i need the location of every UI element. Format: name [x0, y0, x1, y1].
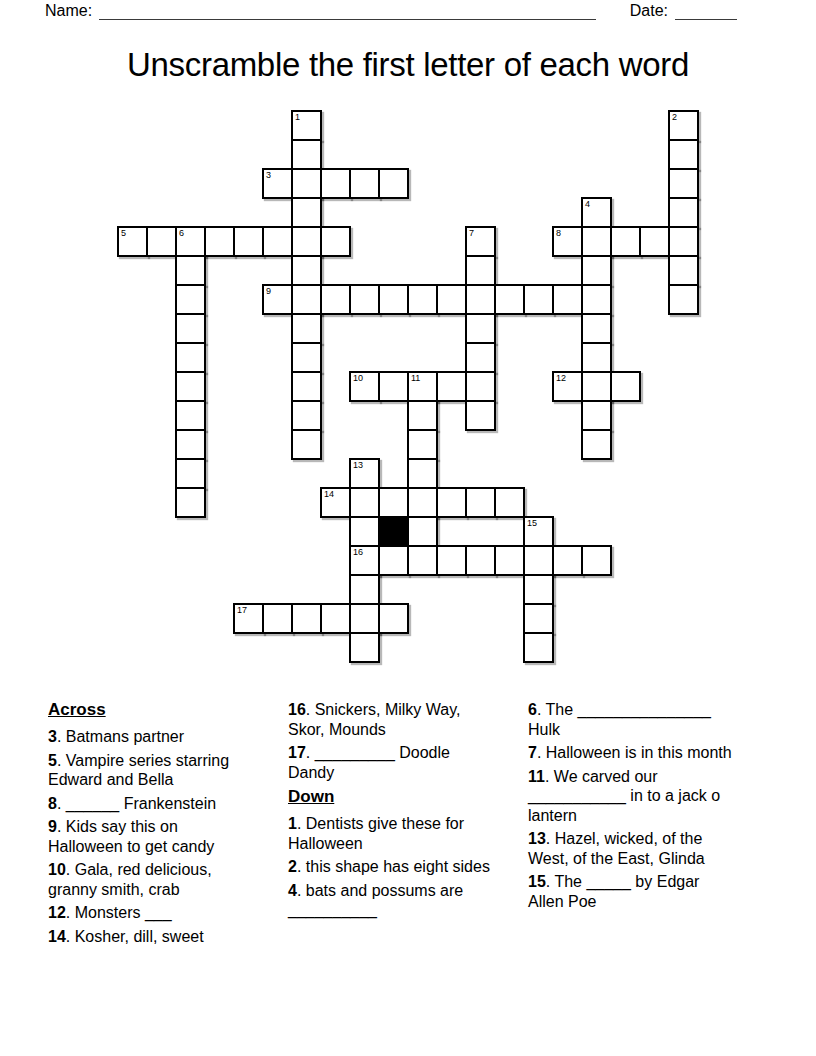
cell-r11c16[interactable]: [581, 429, 612, 460]
clue-text: Kosher, dill, sweet: [75, 928, 204, 945]
cell-r10c2[interactable]: [175, 400, 206, 431]
cell-r6c9[interactable]: [378, 284, 409, 315]
cell-r6c2[interactable]: [175, 284, 206, 315]
clue-text: _________ Doodle Dandy: [288, 744, 450, 781]
cell-r9c15[interactable]: 12: [552, 371, 583, 402]
cell-r14c14[interactable]: 15: [523, 516, 554, 547]
cell-number-16: 16: [353, 547, 363, 557]
cell-r13c7[interactable]: 14: [320, 487, 351, 518]
cell-number-7: 7: [469, 228, 474, 238]
cell-r13c2[interactable]: [175, 487, 206, 518]
cell-r17c9[interactable]: [378, 603, 409, 634]
cell-r9c8[interactable]: 10: [349, 371, 380, 402]
cell-number-12: 12: [556, 373, 566, 383]
clue-text: Dentists give these for Halloween: [288, 815, 464, 852]
cell-number-17: 17: [237, 605, 247, 615]
cell-r6c8[interactable]: [349, 284, 380, 315]
clue-number: 10: [48, 861, 66, 878]
cell-r10c10[interactable]: [407, 400, 438, 431]
cell-r16c14[interactable]: [523, 574, 554, 605]
cell-r14c10[interactable]: [407, 516, 438, 547]
clue-text: The _______________ Hulk: [528, 701, 711, 738]
cell-r17c5[interactable]: [262, 603, 293, 634]
cell-r12c8[interactable]: 13: [349, 458, 380, 489]
cell-r0c19[interactable]: 2: [668, 110, 699, 141]
black-cell-r14c9: [378, 516, 409, 547]
cell-r6c7[interactable]: [320, 284, 351, 315]
cell-r15c10[interactable]: [407, 545, 438, 576]
cell-r9c6[interactable]: [291, 371, 322, 402]
cell-r13c10[interactable]: [407, 487, 438, 518]
cell-r17c7[interactable]: [320, 603, 351, 634]
across-clue-list-2: 16. Snickers, Milky Way, Skor, Mounds17.…: [288, 700, 496, 782]
page-title: Unscramble the first letter of each word: [0, 46, 816, 84]
clue-text: Monsters ___: [75, 904, 172, 921]
cell-r10c16[interactable]: [581, 400, 612, 431]
cell-r4c19[interactable]: [668, 226, 699, 257]
clue-text: this shape has eight sides: [306, 858, 490, 875]
date-input-line[interactable]: [675, 3, 737, 20]
cell-r15c14[interactable]: [523, 545, 554, 576]
cell-r15c16[interactable]: [581, 545, 612, 576]
name-label: Name:: [45, 2, 92, 20]
down-clue-list-1: 1. Dentists give these for Halloween2. t…: [288, 814, 496, 920]
cell-r15c11[interactable]: [436, 545, 467, 576]
cell-r7c16[interactable]: [581, 313, 612, 344]
cell-r13c8[interactable]: [349, 487, 380, 518]
clue-across-8: 8. ______ Frankenstein: [48, 794, 256, 814]
clue-down-15: 15. The _____ by Edgar Allen Poe: [528, 872, 736, 911]
clue-text: The _____ by Edgar Allen Poe: [528, 873, 699, 910]
cell-r9c16[interactable]: [581, 371, 612, 402]
clue-number: 8: [48, 795, 57, 812]
clue-text: Kids say this on Halloween to get candy: [48, 818, 214, 855]
clue-across-14: 14. Kosher, dill, sweet: [48, 927, 256, 947]
clue-number: 13: [528, 830, 546, 847]
clue-across-12: 12. Monsters ___: [48, 903, 256, 923]
cell-number-14: 14: [324, 489, 334, 499]
cell-r0c6[interactable]: 1: [291, 110, 322, 141]
cell-r6c19[interactable]: [668, 284, 699, 315]
cell-r5c19[interactable]: [668, 255, 699, 286]
clue-across-5: 5. Vampire series starring Edward and Be…: [48, 751, 256, 790]
down-clue-list-2: 6. The _______________ Hulk7. Halloween …: [528, 700, 736, 911]
cell-r3c19[interactable]: [668, 197, 699, 228]
cell-r8c6[interactable]: [291, 342, 322, 373]
cell-r9c17[interactable]: [610, 371, 641, 402]
clue-across-16: 16. Snickers, Milky Way, Skor, Mounds: [288, 700, 496, 739]
cell-r15c15[interactable]: [552, 545, 583, 576]
cell-r17c8[interactable]: [349, 603, 380, 634]
cell-r4c5[interactable]: [262, 226, 293, 257]
cell-r16c8[interactable]: [349, 574, 380, 605]
cell-r2c5[interactable]: 3: [262, 168, 293, 199]
cell-r17c4[interactable]: 17: [233, 603, 264, 634]
cell-r10c6[interactable]: [291, 400, 322, 431]
cell-r6c13[interactable]: [494, 284, 525, 315]
cell-r4c18[interactable]: [639, 226, 670, 257]
cell-number-3: 3: [266, 170, 271, 180]
cell-r5c6[interactable]: [291, 255, 322, 286]
cell-r18c14[interactable]: [523, 632, 554, 663]
clue-number: 15: [528, 873, 546, 890]
clue-across-10: 10. Gala, red delicious, granny smith, c…: [48, 860, 256, 899]
cell-r15c8[interactable]: 16: [349, 545, 380, 576]
cell-r6c10[interactable]: [407, 284, 438, 315]
cell-number-11: 11: [411, 373, 420, 383]
cell-r11c6[interactable]: [291, 429, 322, 460]
cell-r11c10[interactable]: [407, 429, 438, 460]
cell-r7c12[interactable]: [465, 313, 496, 344]
cell-r9c9[interactable]: [378, 371, 409, 402]
crossword-worksheet: { "game": "crossword", "title": "Unscram…: [0, 0, 816, 1056]
clue-text: Vampire series starring Edward and Bella: [48, 752, 229, 789]
cell-r6c6[interactable]: [291, 284, 322, 315]
cell-r6c15[interactable]: [552, 284, 583, 315]
cell-r13c13[interactable]: [494, 487, 525, 518]
cell-r9c11[interactable]: [436, 371, 467, 402]
clue-text: Batmans partner: [66, 728, 184, 745]
cell-r2c6[interactable]: [291, 168, 322, 199]
cell-r18c8[interactable]: [349, 632, 380, 663]
clue-number: 4: [288, 882, 297, 899]
cell-number-8: 8: [556, 228, 561, 238]
cell-r4c6[interactable]: [291, 226, 322, 257]
cell-r4c15[interactable]: 8: [552, 226, 583, 257]
clue-number: 7: [528, 744, 537, 761]
clue-down-11: 11. We carved our ___________ in to a ja…: [528, 767, 736, 826]
cell-r15c9[interactable]: [378, 545, 409, 576]
cell-r8c12[interactable]: [465, 342, 496, 373]
cell-r6c14[interactable]: [523, 284, 554, 315]
cell-r13c11[interactable]: [436, 487, 467, 518]
cell-r4c17[interactable]: [610, 226, 641, 257]
cell-r14c8[interactable]: [349, 516, 380, 547]
clue-column-3: 6. The _______________ Hulk7. Halloween …: [528, 700, 736, 950]
cell-r5c2[interactable]: [175, 255, 206, 286]
clue-down-1: 1. Dentists give these for Halloween: [288, 814, 496, 853]
clue-across-17: 17. _________ Doodle Dandy: [288, 743, 496, 782]
clue-text: Halloween is in this month: [546, 744, 732, 761]
clue-number: 3: [48, 728, 57, 745]
clue-column-1: Across 3. Batmans partner5. Vampire seri…: [48, 700, 256, 950]
clue-across-3: 3. Batmans partner: [48, 727, 256, 747]
cell-r3c16[interactable]: 4: [581, 197, 612, 228]
cell-r17c6[interactable]: [291, 603, 322, 634]
cell-r2c19[interactable]: [668, 168, 699, 199]
clue-across-9: 9. Kids say this on Halloween to get can…: [48, 817, 256, 856]
cell-number-10: 10: [353, 373, 363, 383]
cell-r2c7[interactable]: [320, 168, 351, 199]
name-date-row: Name: Date:: [45, 2, 737, 20]
cell-r17c14[interactable]: [523, 603, 554, 634]
cell-r7c6[interactable]: [291, 313, 322, 344]
date-label: Date:: [630, 2, 668, 20]
cell-r15c13[interactable]: [494, 545, 525, 576]
crossword-grid: 1234567891011121314151617: [117, 110, 699, 663]
cell-r9c10[interactable]: 11: [407, 371, 438, 402]
cell-number-4: 4: [585, 199, 590, 209]
cell-r3c6[interactable]: [291, 197, 322, 228]
clue-down-4: 4. bats and possums are __________: [288, 881, 496, 920]
cell-r9c12[interactable]: [465, 371, 496, 402]
cell-r4c3[interactable]: [204, 226, 235, 257]
cell-r10c12[interactable]: [465, 400, 496, 431]
cell-r6c5[interactable]: 9: [262, 284, 293, 315]
cell-r8c2[interactable]: [175, 342, 206, 373]
cell-r13c9[interactable]: [378, 487, 409, 518]
clue-down-13: 13. Hazel, wicked, of the West, of the E…: [528, 829, 736, 868]
cell-r2c9[interactable]: [378, 168, 409, 199]
cell-r4c16[interactable]: [581, 226, 612, 257]
name-input-line[interactable]: [99, 3, 596, 20]
cell-r1c19[interactable]: [668, 139, 699, 170]
cell-r4c12[interactable]: 7: [465, 226, 496, 257]
clue-number: 14: [48, 928, 66, 945]
clue-number: 16: [288, 701, 306, 718]
clue-number: 1: [288, 815, 297, 832]
cell-r7c2[interactable]: [175, 313, 206, 344]
down-heading: Down: [288, 787, 496, 807]
across-clue-list-1: 3. Batmans partner5. Vampire series star…: [48, 727, 256, 946]
cell-r15c12[interactable]: [465, 545, 496, 576]
clue-number: 5: [48, 752, 57, 769]
clue-number: 2: [288, 858, 297, 875]
cell-r6c11[interactable]: [436, 284, 467, 315]
cell-r12c10[interactable]: [407, 458, 438, 489]
cell-r4c4[interactable]: [233, 226, 264, 257]
cell-r11c2[interactable]: [175, 429, 206, 460]
clue-column-2: 16. Snickers, Milky Way, Skor, Mounds17.…: [288, 700, 496, 950]
cell-r6c12[interactable]: [465, 284, 496, 315]
across-heading: Across: [48, 700, 256, 720]
clue-down-7: 7. Halloween is in this month: [528, 743, 736, 763]
cell-r4c7[interactable]: [320, 226, 351, 257]
clue-down-6: 6. The _______________ Hulk: [528, 700, 736, 739]
cell-number-13: 13: [353, 460, 363, 470]
cell-r5c12[interactable]: [465, 255, 496, 286]
cell-r12c2[interactable]: [175, 458, 206, 489]
clue-section: Across 3. Batmans partner5. Vampire seri…: [48, 700, 768, 950]
clue-text: Snickers, Milky Way, Skor, Mounds: [288, 701, 460, 738]
cell-r4c2[interactable]: 6: [175, 226, 206, 257]
clue-number: 9: [48, 818, 57, 835]
cell-number-2: 2: [672, 112, 677, 122]
cell-r4c0[interactable]: 5: [117, 226, 148, 257]
cell-number-1: 1: [295, 112, 300, 122]
cell-r9c2[interactable]: [175, 371, 206, 402]
cell-r5c16[interactable]: [581, 255, 612, 286]
cell-number-15: 15: [527, 518, 537, 528]
clue-number: 17: [288, 744, 306, 761]
cell-r1c6[interactable]: [291, 139, 322, 170]
clue-text: Hazel, wicked, of the West, of the East,…: [528, 830, 705, 867]
cell-r4c1[interactable]: [146, 226, 177, 257]
clue-text: ______ Frankenstein: [66, 795, 216, 812]
cell-r13c12[interactable]: [465, 487, 496, 518]
cell-number-9: 9: [266, 286, 271, 296]
cell-number-5: 5: [121, 228, 126, 238]
cell-r2c8[interactable]: [349, 168, 380, 199]
cell-r8c16[interactable]: [581, 342, 612, 373]
clue-text: Gala, red delicious, granny smith, crab: [48, 861, 212, 898]
cell-number-6: 6: [179, 228, 184, 238]
clue-number: 12: [48, 904, 66, 921]
clue-number: 6: [528, 701, 537, 718]
clue-number: 11: [528, 768, 545, 785]
clue-down-2: 2. this shape has eight sides: [288, 857, 496, 877]
cell-r6c16[interactable]: [581, 284, 612, 315]
clue-text: We carved our ___________ in to a jack o…: [528, 768, 720, 824]
clue-text: bats and possums are __________: [288, 882, 463, 919]
